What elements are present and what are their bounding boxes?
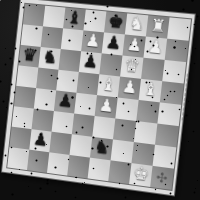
square-d1[interactable] [67,155,90,178]
square-b8[interactable] [43,6,65,29]
square-g8[interactable]: ♜ [146,15,170,38]
square-d7[interactable]: ♟ [81,30,104,53]
square-h3[interactable] [155,124,179,148]
square-a1[interactable] [7,147,29,170]
piece-black-queen: ♛ [18,42,41,68]
square-g3[interactable] [134,121,158,145]
square-h2[interactable] [153,145,177,169]
square-a3[interactable] [12,106,34,129]
piece-black-pawn: ♟ [79,48,102,74]
board-grid: ♝♚♞♜♟♟♟♟♛♞♟♛♝♟♝♟♟♟♞♚✣ [6,3,192,191]
square-d5[interactable] [76,72,99,95]
square-e2[interactable]: ♞ [90,137,113,161]
square-c5[interactable] [56,70,79,93]
square-b6[interactable]: ♞ [38,47,60,70]
square-a2[interactable] [9,127,31,150]
square-f3[interactable] [113,118,136,142]
square-c6[interactable] [58,49,81,72]
square-c2[interactable] [49,132,72,155]
square-d3[interactable] [72,113,95,136]
square-f7[interactable]: ♟ [122,34,145,57]
square-f1[interactable] [108,160,131,184]
square-g5[interactable]: ♝ [139,79,163,103]
piece-white-pawn: ♟ [81,27,104,53]
piece-white-queen: ♛ [120,52,144,78]
square-b4[interactable] [34,88,56,111]
square-h1[interactable]: ✣ [150,166,174,190]
square-h6[interactable] [162,60,186,84]
square-e3[interactable] [92,116,115,139]
square-b7[interactable] [41,26,63,49]
square-c7[interactable] [61,28,84,51]
square-c4[interactable]: ♟ [54,90,77,113]
square-h7[interactable] [165,39,189,63]
square-e6[interactable] [99,53,122,76]
square-a6[interactable]: ♛ [18,45,40,68]
photo-grain-light [0,0,1,1]
photo-scene: ♝♚♞♜♟♟♟♟♛♞♟♛♝♟♝♟♟♟♞♚✣ [0,0,200,200]
square-f6[interactable]: ♛ [120,55,143,78]
square-f8[interactable]: ♞ [125,13,148,36]
square-a5[interactable] [16,65,38,88]
square-g7[interactable]: ♟ [143,37,167,60]
square-e1[interactable] [88,158,111,182]
square-g1[interactable]: ♚ [129,163,152,187]
square-b3[interactable] [32,109,54,132]
photo-grain-dark [0,0,1,1]
chess-board: ♝♚♞♜♟♟♟♟♛♞♟♛♝♟♝♟♟♟♞♚✣ [1,0,196,197]
square-e8[interactable]: ♚ [104,11,127,34]
square-a7[interactable] [21,24,43,47]
square-a8[interactable] [23,4,45,27]
piece-white-rook: ♜ [146,12,170,38]
square-g6[interactable] [141,58,165,81]
piece-black-knight: ♞ [38,44,61,70]
square-f4[interactable] [115,98,138,121]
square-e4[interactable]: ♟ [95,95,118,118]
square-g4[interactable] [136,100,160,124]
square-e7[interactable]: ♟ [102,32,125,55]
square-a4[interactable] [14,86,36,109]
square-d4[interactable] [74,93,97,116]
square-f2[interactable] [111,139,134,163]
piece-white-pawn: ♟ [118,74,142,100]
square-h4[interactable] [157,102,181,126]
square-b2[interactable]: ♟ [29,129,51,152]
piece-black-bishop: ♝ [63,5,86,31]
piece-black-pawn: ♟ [102,29,125,55]
piece-black-king: ♚ [104,8,128,34]
square-g2[interactable] [131,142,155,166]
square-f5[interactable]: ♟ [118,77,141,100]
square-d6[interactable]: ♟ [79,51,102,74]
piece-white-knight: ♞ [125,10,149,36]
square-c3[interactable] [52,111,75,134]
square-b1[interactable] [27,150,49,173]
square-d2[interactable] [70,134,93,157]
square-e5[interactable]: ♝ [97,74,120,97]
piece-white-bishop: ♝ [97,71,120,97]
board-logo-icon: ✣ [150,166,174,190]
piece-white-pawn: ♟ [122,31,146,57]
square-c1[interactable] [47,152,70,175]
square-h5[interactable] [160,81,184,105]
square-h8[interactable] [167,17,191,40]
square-d8[interactable] [83,9,106,32]
piece-white-pawn: ♟ [143,34,167,60]
square-b5[interactable] [36,68,58,91]
square-c8[interactable]: ♝ [63,8,86,31]
